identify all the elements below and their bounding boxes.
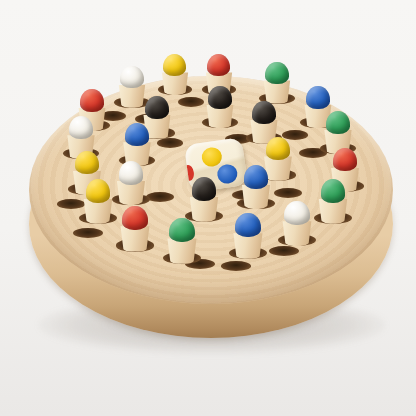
peg-cap-white bbox=[69, 116, 93, 139]
peg-cap-white bbox=[120, 66, 143, 88]
peg-cap-white bbox=[119, 161, 144, 185]
peg-cap-green bbox=[169, 218, 194, 242]
peg-cap-black bbox=[192, 177, 217, 201]
peg-cap-blue bbox=[306, 86, 329, 109]
peg-cap-green bbox=[265, 62, 288, 84]
peg-white-inner-6[interactable] bbox=[114, 161, 147, 206]
peg-cap-yellow bbox=[86, 179, 111, 203]
peg-green-outer-7[interactable] bbox=[316, 179, 350, 225]
peg-cap-yellow bbox=[266, 137, 290, 160]
peg-cap-black bbox=[145, 96, 169, 119]
board-hole bbox=[269, 246, 299, 256]
peg-black-inner-5[interactable] bbox=[187, 177, 221, 223]
peg-cap-blue bbox=[235, 213, 260, 237]
peg-cap-blue bbox=[125, 123, 149, 146]
peg-blue-outer-9[interactable] bbox=[231, 213, 266, 260]
board-hole bbox=[146, 192, 175, 202]
peg-wood-body bbox=[119, 226, 150, 251]
board-hole bbox=[178, 97, 204, 107]
peg-cap-yellow bbox=[163, 54, 186, 76]
peg-cap-red bbox=[333, 148, 357, 171]
peg-white-outer-8[interactable] bbox=[280, 201, 314, 247]
peg-cap-black bbox=[208, 86, 231, 109]
peg-yellow-outer-1[interactable] bbox=[159, 54, 190, 96]
peg-blue-inner-4[interactable] bbox=[239, 165, 273, 210]
peg-wood-body bbox=[232, 233, 264, 258]
photo-stage bbox=[0, 0, 416, 416]
die-yellow-dot bbox=[201, 146, 223, 168]
peg-cap-yellow bbox=[75, 151, 99, 174]
peg-cap-red bbox=[207, 54, 230, 76]
peg-cap-black bbox=[252, 101, 276, 124]
peg-cap-red bbox=[80, 89, 104, 112]
peg-cap-green bbox=[321, 179, 346, 203]
peg-cap-red bbox=[122, 206, 147, 230]
peg-wood-body bbox=[166, 238, 198, 263]
peg-cap-green bbox=[326, 111, 350, 134]
peg-yellow-outer-12[interactable] bbox=[81, 179, 115, 225]
peg-cap-white bbox=[284, 201, 309, 225]
peg-cap-blue bbox=[244, 165, 269, 189]
peg-red-outer-11[interactable] bbox=[118, 206, 152, 253]
peg-green-outer-3[interactable] bbox=[261, 62, 292, 105]
peg-green-outer-10[interactable] bbox=[165, 218, 200, 265]
board-hole bbox=[221, 261, 252, 271]
peg-black-inner-1[interactable] bbox=[204, 86, 236, 129]
board-hole bbox=[73, 228, 103, 238]
board-hole bbox=[274, 188, 303, 198]
